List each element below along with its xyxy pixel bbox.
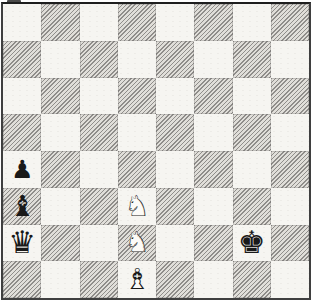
square-a6 [3, 78, 41, 115]
black-pawn-glyph: ♟ [11, 155, 33, 184]
square-g7 [233, 41, 271, 78]
square-d2: ♞♘ [118, 225, 156, 262]
square-g5 [233, 114, 271, 151]
square-b8 [41, 4, 79, 41]
square-d8 [118, 4, 156, 41]
square-h1 [271, 261, 309, 298]
square-b2 [41, 225, 79, 262]
square-c4 [80, 151, 118, 188]
square-c8 [80, 4, 118, 41]
square-c1 [80, 261, 118, 298]
square-e5 [156, 114, 194, 151]
black-bishop-glyph: ♝ [9, 189, 35, 223]
square-e8 [156, 4, 194, 41]
square-h4 [271, 151, 309, 188]
square-d6 [118, 78, 156, 115]
square-b5 [41, 114, 79, 151]
square-e7 [156, 41, 194, 78]
square-d5 [118, 114, 156, 151]
square-h8 [271, 4, 309, 41]
square-c3 [80, 188, 118, 225]
square-c6 [80, 78, 118, 115]
square-b1 [41, 261, 79, 298]
square-d3: ♞♘ [118, 188, 156, 225]
square-b6 [41, 78, 79, 115]
square-f3 [194, 188, 232, 225]
square-g6 [233, 78, 271, 115]
square-e4 [156, 151, 194, 188]
piece-black-queen-a2: ♛ [8, 227, 36, 258]
square-f1 [194, 261, 232, 298]
square-a5 [3, 114, 41, 151]
square-d4 [118, 151, 156, 188]
piece-white-bishop-d1: ♝♗ [124, 265, 150, 294]
square-d1: ♝♗ [118, 261, 156, 298]
chess-board: ♟♝♞♘♛♞♘♚♝♗ [1, 2, 311, 300]
square-f2 [194, 225, 232, 262]
square-f4 [194, 151, 232, 188]
square-a2: ♛ [3, 225, 41, 262]
square-f8 [194, 4, 232, 41]
piece-black-pawn-a4: ♟ [11, 157, 33, 182]
square-g4 [233, 151, 271, 188]
square-b3 [41, 188, 79, 225]
square-g2: ♚ [233, 225, 271, 262]
square-c2 [80, 225, 118, 262]
piece-black-king-g2: ♚ [238, 227, 266, 258]
square-b4 [41, 151, 79, 188]
square-f5 [194, 114, 232, 151]
square-f6 [194, 78, 232, 115]
square-a3: ♝ [3, 188, 41, 225]
square-h2 [271, 225, 309, 262]
piece-white-knight-d2: ♞♘ [124, 228, 150, 257]
square-a1 [3, 261, 41, 298]
square-b7 [41, 41, 79, 78]
square-h5 [271, 114, 309, 151]
square-h7 [271, 41, 309, 78]
square-a7 [3, 41, 41, 78]
white-knight-glyph: ♘ [124, 189, 150, 223]
square-e6 [156, 78, 194, 115]
square-h6 [271, 78, 309, 115]
black-queen-glyph: ♛ [8, 225, 36, 261]
white-bishop-glyph: ♗ [124, 262, 150, 296]
square-f7 [194, 41, 232, 78]
white-knight-glyph: ♘ [124, 225, 150, 259]
square-a8 [3, 4, 41, 41]
square-e3 [156, 188, 194, 225]
square-a4: ♟ [3, 151, 41, 188]
black-king-glyph: ♚ [238, 225, 266, 261]
square-h3 [271, 188, 309, 225]
square-g3 [233, 188, 271, 225]
piece-black-bishop-a3: ♝ [9, 192, 35, 221]
piece-white-knight-d3: ♞♘ [124, 192, 150, 221]
square-c5 [80, 114, 118, 151]
square-e2 [156, 225, 194, 262]
square-g8 [233, 4, 271, 41]
square-g1 [233, 261, 271, 298]
square-c7 [80, 41, 118, 78]
square-e1 [156, 261, 194, 298]
square-d7 [118, 41, 156, 78]
